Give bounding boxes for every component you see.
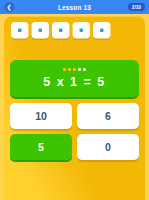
answer-grid: 10 6 5 0 xyxy=(10,103,139,160)
progress-dot xyxy=(83,68,86,71)
dice-card-row xyxy=(11,22,111,39)
equation-banner: 5 x 1 = 5 xyxy=(10,60,139,97)
lesson-title: Lesson 13 xyxy=(58,3,91,11)
die-pip-icon xyxy=(100,29,104,33)
back-arrow-icon: ❮ xyxy=(7,4,12,10)
progress-dot xyxy=(78,68,81,71)
dice-card xyxy=(52,22,70,39)
top-bar: ❮ Lesson 13 2/10 xyxy=(0,0,149,14)
die-pip-icon xyxy=(39,29,43,33)
dice-card xyxy=(73,22,91,39)
dice-card xyxy=(32,22,50,39)
answer-button[interactable]: 10 xyxy=(10,103,72,129)
equation-text: 5 x 1 = 5 xyxy=(43,75,106,90)
answer-button[interactable]: 5 xyxy=(10,134,72,160)
round-progress-dots xyxy=(63,68,86,71)
die-pip-icon xyxy=(18,29,22,33)
quiz-frame: ❮ Lesson 13 2/10 xyxy=(0,0,149,200)
progress-dot xyxy=(63,68,66,71)
progress-dot xyxy=(68,68,71,71)
back-button[interactable]: ❮ xyxy=(5,2,15,12)
die-pip-icon xyxy=(80,29,84,33)
dice-card xyxy=(11,22,29,39)
die-pip-icon xyxy=(59,29,63,33)
dice-card xyxy=(93,22,111,39)
answer-button[interactable]: 6 xyxy=(77,103,139,129)
app-screen: ❮ Lesson 13 2/10 xyxy=(0,0,149,200)
lesson-panel: 5 x 1 = 5 10 6 5 0 xyxy=(4,16,145,200)
answer-button[interactable]: 0 xyxy=(77,134,139,160)
progress-dot xyxy=(73,68,76,71)
progress-counter-badge: 2/10 xyxy=(128,3,145,11)
